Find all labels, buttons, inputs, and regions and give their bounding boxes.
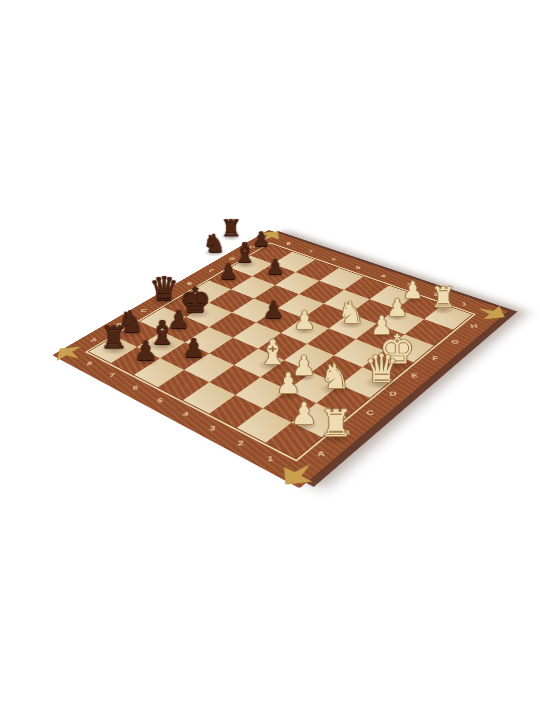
rank-label-right-8: 8 [282,240,294,246]
file-label-bottom-A: A [313,448,330,460]
rank-label-left-7: 7 [104,371,121,380]
file-label-bottom-F: F [427,354,444,363]
rank-label-right-5: 5 [352,264,365,271]
rank-label-left-5: 5 [151,396,168,406]
piece-white-rook-a1[interactable]: ♜ [319,405,352,442]
piece-white-pawn-e4[interactable]: ♟ [293,308,315,333]
piece-black-queen-d8[interactable]: ♛ [149,272,179,305]
rank-label-left-8: 8 [81,359,98,368]
brass-corner-icon [57,346,82,360]
piece-white-queen-d1[interactable]: ♛ [364,348,399,387]
file-label-top-F: F [205,267,218,274]
piece-black-pawn-f7[interactable]: ♟ [218,261,238,283]
rank-label-right-7: 7 [305,248,317,254]
piece-white-pawn-a2[interactable]: ♟ [291,399,318,429]
piece-black-pawn-b6[interactable]: ♟ [182,335,205,361]
file-label-bottom-D: D [385,389,402,399]
piece-white-bishop-c4[interactable]: ♝ [257,335,287,369]
rank-label-left-1: 1 [262,453,279,465]
rank-label-left-3: 3 [204,423,221,434]
piece-black-rook-a8[interactable]: ♜ [100,322,128,353]
piece-black-pawn-a7[interactable]: ♟ [134,338,158,365]
rank-label-right-6: 6 [328,256,341,263]
rank-label-left-4: 4 [177,409,194,419]
file-label-bottom-H: H [466,322,482,330]
rank-label-right-4: 4 [376,272,390,279]
piece-white-pawn-b3[interactable]: ♟ [276,370,301,398]
brass-corner-icon [284,464,313,485]
brass-corner-icon [478,306,505,320]
file-label-bottom-C: C [362,407,379,418]
rank-label-right-1: 1 [456,300,472,308]
piece-white-rook-h1[interactable]: ♜ [430,284,455,312]
piece-black-knight-g8[interactable]: ♞ [203,231,225,256]
piece-black-pawn-g6[interactable]: ♟ [266,256,285,277]
piece-white-knight-c2[interactable]: ♞ [320,359,350,393]
file-label-bottom-G: G [447,337,464,346]
rank-label-left-2: 2 [232,437,249,448]
file-label-bottom-E: E [406,371,423,381]
rank-label-left-6: 6 [127,383,144,393]
piece-black-pawn-e5[interactable]: ♟ [263,298,285,322]
piece-white-knight-f3[interactable]: ♞ [338,297,365,327]
product-photo-scene: AA11BB22CC33DD44EE55FF66GG77HH88 ♜♛♚♜♟♞♟… [0,0,540,720]
